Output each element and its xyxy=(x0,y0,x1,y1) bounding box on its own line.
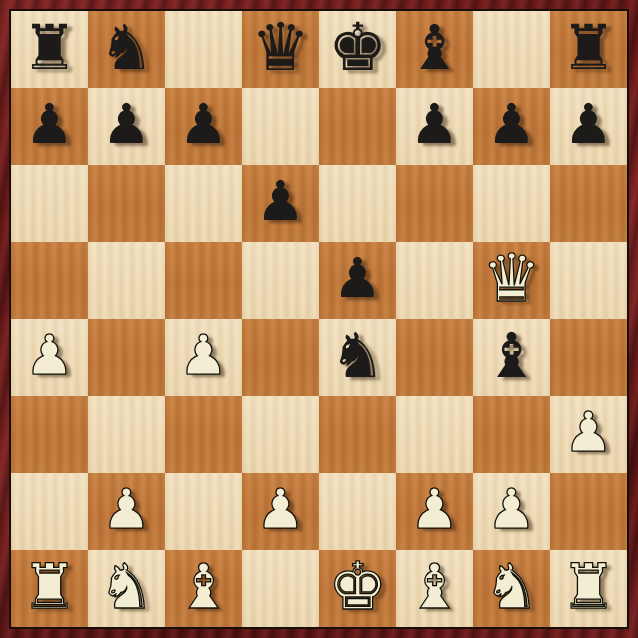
white-pawn[interactable]: ♟ xyxy=(410,471,459,548)
square-a5[interactable] xyxy=(11,242,88,319)
square-a6[interactable] xyxy=(11,165,88,242)
black-king[interactable]: ♚ xyxy=(328,9,387,86)
white-queen[interactable]: ♛ xyxy=(482,240,541,317)
square-f1[interactable]: ♝ xyxy=(396,550,473,627)
square-a8[interactable]: ♜ xyxy=(11,11,88,88)
black-pawn[interactable]: ♟ xyxy=(179,86,228,163)
square-c2[interactable] xyxy=(165,473,242,550)
square-h4[interactable] xyxy=(550,319,627,396)
square-c8[interactable] xyxy=(165,11,242,88)
square-f7[interactable]: ♟ xyxy=(396,88,473,165)
black-pawn[interactable]: ♟ xyxy=(564,86,613,163)
square-a1[interactable]: ♜ xyxy=(11,550,88,627)
square-b6[interactable] xyxy=(88,165,165,242)
square-g4[interactable]: ♝ xyxy=(473,319,550,396)
white-rook[interactable]: ♜ xyxy=(561,548,617,625)
white-pawn[interactable]: ♟ xyxy=(487,471,536,548)
square-e6[interactable] xyxy=(319,165,396,242)
square-a4[interactable]: ♟ xyxy=(11,319,88,396)
square-e8[interactable]: ♚ xyxy=(319,11,396,88)
square-e2[interactable] xyxy=(319,473,396,550)
black-bishop[interactable]: ♝ xyxy=(407,9,463,86)
square-c5[interactable] xyxy=(165,242,242,319)
black-pawn[interactable]: ♟ xyxy=(25,86,74,163)
white-bishop[interactable]: ♝ xyxy=(407,548,463,625)
square-a3[interactable] xyxy=(11,396,88,473)
black-knight[interactable]: ♞ xyxy=(99,9,155,86)
square-b7[interactable]: ♟ xyxy=(88,88,165,165)
square-g2[interactable]: ♟ xyxy=(473,473,550,550)
black-rook[interactable]: ♜ xyxy=(22,9,78,86)
white-pawn[interactable]: ♟ xyxy=(256,471,305,548)
white-king[interactable]: ♚ xyxy=(328,548,387,625)
square-e5[interactable]: ♟ xyxy=(319,242,396,319)
square-b1[interactable]: ♞ xyxy=(88,550,165,627)
square-f2[interactable]: ♟ xyxy=(396,473,473,550)
square-d6[interactable]: ♟ xyxy=(242,165,319,242)
black-pawn[interactable]: ♟ xyxy=(102,86,151,163)
square-c6[interactable] xyxy=(165,165,242,242)
square-h7[interactable]: ♟ xyxy=(550,88,627,165)
black-knight[interactable]: ♞ xyxy=(330,317,386,394)
square-a2[interactable] xyxy=(11,473,88,550)
square-b3[interactable] xyxy=(88,396,165,473)
black-pawn[interactable]: ♟ xyxy=(487,86,536,163)
board-frame: ♜♞♛♚♝♜♟♟♟♟♟♟♟♟♛♟♟♞♝♟♟♟♟♟♜♞♝♚♝♞♜ xyxy=(0,0,638,638)
square-h2[interactable] xyxy=(550,473,627,550)
square-f3[interactable] xyxy=(396,396,473,473)
square-h3[interactable]: ♟ xyxy=(550,396,627,473)
square-c3[interactable] xyxy=(165,396,242,473)
square-h5[interactable] xyxy=(550,242,627,319)
square-f4[interactable] xyxy=(396,319,473,396)
square-c7[interactable]: ♟ xyxy=(165,88,242,165)
square-e7[interactable] xyxy=(319,88,396,165)
white-rook[interactable]: ♜ xyxy=(22,548,78,625)
square-c4[interactable]: ♟ xyxy=(165,319,242,396)
square-b4[interactable] xyxy=(88,319,165,396)
square-f5[interactable] xyxy=(396,242,473,319)
square-g7[interactable]: ♟ xyxy=(473,88,550,165)
white-knight[interactable]: ♞ xyxy=(99,548,155,625)
square-b8[interactable]: ♞ xyxy=(88,11,165,88)
black-rook[interactable]: ♜ xyxy=(561,9,617,86)
square-f6[interactable] xyxy=(396,165,473,242)
black-pawn[interactable]: ♟ xyxy=(256,163,305,240)
square-g1[interactable]: ♞ xyxy=(473,550,550,627)
square-e4[interactable]: ♞ xyxy=(319,319,396,396)
square-g5[interactable]: ♛ xyxy=(473,242,550,319)
black-queen[interactable]: ♛ xyxy=(251,9,310,86)
white-pawn[interactable]: ♟ xyxy=(25,317,74,394)
black-bishop[interactable]: ♝ xyxy=(484,317,540,394)
chess-board: ♜♞♛♚♝♜♟♟♟♟♟♟♟♟♛♟♟♞♝♟♟♟♟♟♜♞♝♚♝♞♜ xyxy=(11,11,627,627)
square-c1[interactable]: ♝ xyxy=(165,550,242,627)
square-h6[interactable] xyxy=(550,165,627,242)
square-d5[interactable] xyxy=(242,242,319,319)
square-a7[interactable]: ♟ xyxy=(11,88,88,165)
square-f8[interactable]: ♝ xyxy=(396,11,473,88)
white-pawn[interactable]: ♟ xyxy=(564,394,613,471)
white-pawn[interactable]: ♟ xyxy=(102,471,151,548)
square-d3[interactable] xyxy=(242,396,319,473)
square-d8[interactable]: ♛ xyxy=(242,11,319,88)
square-d1[interactable] xyxy=(242,550,319,627)
square-d7[interactable] xyxy=(242,88,319,165)
square-d2[interactable]: ♟ xyxy=(242,473,319,550)
square-g8[interactable] xyxy=(473,11,550,88)
white-bishop[interactable]: ♝ xyxy=(176,548,232,625)
square-d4[interactable] xyxy=(242,319,319,396)
white-knight[interactable]: ♞ xyxy=(484,548,540,625)
square-e1[interactable]: ♚ xyxy=(319,550,396,627)
square-b5[interactable] xyxy=(88,242,165,319)
square-g3[interactable] xyxy=(473,396,550,473)
square-e3[interactable] xyxy=(319,396,396,473)
white-pawn[interactable]: ♟ xyxy=(179,317,228,394)
square-h1[interactable]: ♜ xyxy=(550,550,627,627)
square-h8[interactable]: ♜ xyxy=(550,11,627,88)
square-g6[interactable] xyxy=(473,165,550,242)
black-pawn[interactable]: ♟ xyxy=(333,240,382,317)
square-b2[interactable]: ♟ xyxy=(88,473,165,550)
black-pawn[interactable]: ♟ xyxy=(410,86,459,163)
